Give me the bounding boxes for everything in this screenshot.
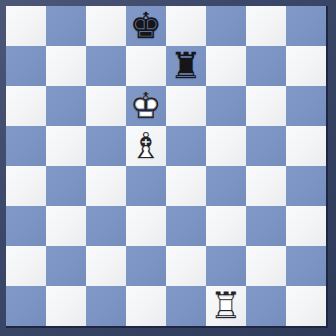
square-f3[interactable] [206,206,246,246]
square-g2[interactable] [246,246,286,286]
square-a6[interactable] [6,86,46,126]
square-c1[interactable] [86,286,126,326]
square-h3[interactable] [286,206,326,246]
square-c4[interactable] [86,166,126,206]
square-b2[interactable] [46,246,86,286]
square-e8[interactable] [166,6,206,46]
square-h8[interactable] [286,6,326,46]
square-f2[interactable] [206,246,246,286]
square-c5[interactable] [86,126,126,166]
square-f8[interactable] [206,6,246,46]
square-a3[interactable] [6,206,46,246]
square-c7[interactable] [86,46,126,86]
square-a5[interactable] [6,126,46,166]
chess-board-frame: ♚♜♚♔♝♗♜♖ [0,0,336,336]
square-g3[interactable] [246,206,286,246]
square-f6[interactable] [206,86,246,126]
square-h5[interactable] [286,126,326,166]
piece-white-rook[interactable]: ♜♖ [206,286,246,326]
square-e5[interactable] [166,126,206,166]
square-e4[interactable] [166,166,206,206]
white-rook-icon: ♖ [206,286,246,326]
square-g5[interactable] [246,126,286,166]
square-e3[interactable] [166,206,206,246]
square-d8[interactable]: ♚ [126,6,166,46]
square-c6[interactable] [86,86,126,126]
square-d1[interactable] [126,286,166,326]
black-king-icon: ♚ [126,6,166,46]
piece-black-rook[interactable]: ♜ [166,46,206,86]
chess-board: ♚♜♚♔♝♗♜♖ [6,6,328,328]
square-b4[interactable] [46,166,86,206]
square-d5[interactable]: ♝♗ [126,126,166,166]
white-king-icon: ♔ [126,86,166,126]
square-a8[interactable] [6,6,46,46]
piece-black-king[interactable]: ♚ [126,6,166,46]
square-h2[interactable] [286,246,326,286]
square-g7[interactable] [246,46,286,86]
square-g4[interactable] [246,166,286,206]
square-e1[interactable] [166,286,206,326]
square-e7[interactable]: ♜ [166,46,206,86]
square-d6[interactable]: ♚♔ [126,86,166,126]
square-b5[interactable] [46,126,86,166]
square-f7[interactable] [206,46,246,86]
square-c2[interactable] [86,246,126,286]
square-g1[interactable] [246,286,286,326]
square-d4[interactable] [126,166,166,206]
square-c3[interactable] [86,206,126,246]
square-d2[interactable] [126,246,166,286]
square-e6[interactable] [166,86,206,126]
square-f5[interactable] [206,126,246,166]
square-b7[interactable] [46,46,86,86]
square-b8[interactable] [46,6,86,46]
square-h1[interactable] [286,286,326,326]
square-a4[interactable] [6,166,46,206]
square-d7[interactable] [126,46,166,86]
square-g8[interactable] [246,6,286,46]
square-h6[interactable] [286,86,326,126]
square-a1[interactable] [6,286,46,326]
piece-white-bishop[interactable]: ♝♗ [126,126,166,166]
square-b1[interactable] [46,286,86,326]
square-f1[interactable]: ♜♖ [206,286,246,326]
black-rook-icon: ♜ [166,46,206,86]
square-d3[interactable] [126,206,166,246]
square-a7[interactable] [6,46,46,86]
piece-white-king[interactable]: ♚♔ [126,86,166,126]
square-a2[interactable] [6,246,46,286]
white-bishop-icon: ♗ [126,126,166,166]
square-f4[interactable] [206,166,246,206]
square-b6[interactable] [46,86,86,126]
square-h4[interactable] [286,166,326,206]
square-c8[interactable] [86,6,126,46]
square-h7[interactable] [286,46,326,86]
square-e2[interactable] [166,246,206,286]
square-g6[interactable] [246,86,286,126]
square-b3[interactable] [46,206,86,246]
